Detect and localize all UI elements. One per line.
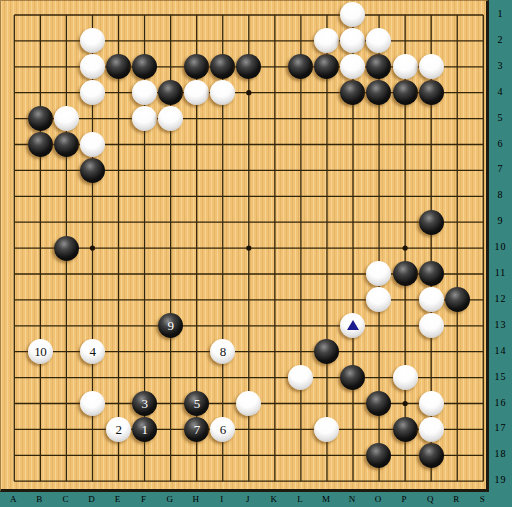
column-label: H [192,492,199,507]
white-stone[interactable] [419,417,444,442]
white-stone[interactable] [340,313,365,338]
white-stone[interactable] [132,106,157,131]
row-labels: 12345678910111213141516171819 [489,0,512,492]
column-labels: ABCDEFGHIJKLMNOPQRS [0,492,489,507]
column-label: C [62,492,68,507]
black-stone[interactable] [132,54,157,79]
column-label: J [246,492,250,507]
black-stone[interactable] [340,80,365,105]
black-stone[interactable] [28,106,53,131]
row-label: 13 [489,319,512,331]
white-stone[interactable] [184,80,209,105]
white-stone[interactable] [80,132,105,157]
white-stone[interactable]: 2 [106,417,131,442]
column-label: I [220,492,223,507]
white-stone[interactable] [340,28,365,53]
black-stone[interactable] [419,210,444,235]
white-stone[interactable] [314,417,339,442]
column-label: M [322,492,330,507]
black-stone[interactable] [80,158,105,183]
column-label: F [141,492,146,507]
row-label: 8 [489,189,512,201]
move-number: 4 [89,345,95,358]
row-label: 15 [489,371,512,383]
black-stone[interactable] [366,443,391,468]
white-stone[interactable] [340,54,365,79]
move-number: 2 [116,423,122,436]
row-label: 2 [489,34,512,46]
black-stone[interactable] [393,417,418,442]
white-stone[interactable] [340,2,365,27]
move-number: 8 [220,345,226,358]
move-number: 6 [220,423,226,436]
white-stone[interactable] [158,106,183,131]
white-stone[interactable] [419,313,444,338]
white-stone[interactable] [419,391,444,416]
black-stone[interactable]: 3 [132,391,157,416]
row-label: 6 [489,138,512,150]
black-stone[interactable]: 9 [158,313,183,338]
column-label: R [453,492,459,507]
black-stone[interactable] [445,287,470,312]
black-stone[interactable]: 5 [184,391,209,416]
move-number: 10 [34,345,46,358]
column-label: S [480,492,485,507]
white-stone[interactable] [80,391,105,416]
white-stone[interactable] [393,365,418,390]
row-label: 19 [489,474,512,486]
row-label: 4 [489,86,512,98]
black-stone[interactable] [366,80,391,105]
black-stone[interactable] [158,80,183,105]
black-stone[interactable] [54,132,79,157]
row-label: 12 [489,293,512,305]
go-board[interactable]: 93517104826 [0,0,489,492]
white-stone[interactable] [419,54,444,79]
white-stone[interactable] [288,365,313,390]
column-label: D [88,492,95,507]
white-stone[interactable] [132,80,157,105]
black-stone[interactable] [210,54,235,79]
move-number: 9 [168,319,174,332]
black-stone[interactable] [393,261,418,286]
black-stone[interactable] [314,339,339,364]
white-stone[interactable] [366,261,391,286]
black-stone[interactable] [340,365,365,390]
black-stone[interactable] [366,391,391,416]
black-stone[interactable] [184,54,209,79]
column-label: B [36,492,42,507]
black-stone[interactable] [28,132,53,157]
column-label: Q [427,492,434,507]
white-stone[interactable] [54,106,79,131]
black-stone[interactable] [236,54,261,79]
white-stone[interactable]: 4 [80,339,105,364]
row-label: 11 [489,267,512,279]
black-stone[interactable] [419,80,444,105]
row-label: 16 [489,397,512,409]
row-label: 10 [489,241,512,253]
row-label: 17 [489,422,512,434]
column-label: A [10,492,17,507]
move-number: 5 [194,397,200,410]
row-label: 18 [489,448,512,460]
row-label: 5 [489,112,512,124]
black-stone[interactable] [288,54,313,79]
column-label: G [166,492,173,507]
column-label: K [271,492,278,507]
column-label: L [297,492,303,507]
move-number: 3 [142,397,148,410]
column-label: E [115,492,121,507]
white-stone[interactable] [393,54,418,79]
black-stone[interactable]: 7 [184,417,209,442]
black-stone[interactable] [393,80,418,105]
row-label: 14 [489,345,512,357]
white-stone[interactable] [366,28,391,53]
black-stone[interactable]: 1 [132,417,157,442]
white-stone[interactable]: 10 [28,339,53,364]
white-stone[interactable] [80,54,105,79]
white-stone[interactable] [210,80,235,105]
white-stone[interactable] [419,287,444,312]
column-label: O [375,492,382,507]
white-stone[interactable]: 8 [210,339,235,364]
black-stone[interactable] [314,54,339,79]
row-label: 7 [489,163,512,175]
column-label: N [349,492,356,507]
white-stone[interactable] [366,287,391,312]
row-label: 9 [489,215,512,227]
triangle-marker-icon [347,320,359,330]
white-stone[interactable] [314,28,339,53]
black-stone[interactable] [54,236,79,261]
white-stone[interactable] [80,80,105,105]
black-stone[interactable] [419,261,444,286]
move-number: 1 [142,423,148,436]
move-number: 7 [194,423,200,436]
black-stone[interactable] [419,443,444,468]
column-label: P [402,492,407,507]
white-stone[interactable] [80,28,105,53]
white-stone[interactable] [236,391,261,416]
row-label: 1 [489,8,512,20]
black-stone[interactable] [366,54,391,79]
stones-grid: 93517104826 [1,2,496,494]
row-label: 3 [489,60,512,72]
black-stone[interactable] [106,54,131,79]
goban-frame: 93517104826 1234567891011121314151617181… [0,0,512,507]
white-stone[interactable]: 6 [210,417,235,442]
